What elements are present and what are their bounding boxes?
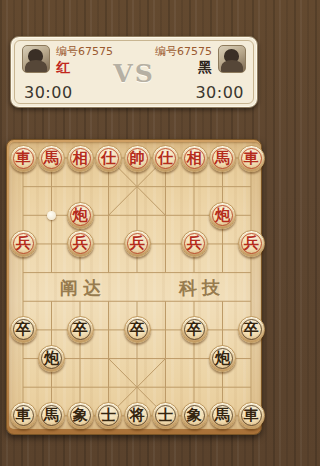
- black-player-id: 编号67575: [155, 46, 212, 58]
- piece-red-車[interactable]: 車: [10, 145, 37, 172]
- piece-red-相[interactable]: 相: [181, 145, 208, 172]
- piece-red-炮[interactable]: 炮: [67, 202, 94, 229]
- piece-red-兵[interactable]: 兵: [67, 230, 94, 257]
- piece-red-仕[interactable]: 仕: [152, 145, 179, 172]
- piece-black-卒[interactable]: 卒: [181, 316, 208, 343]
- last-move-marker: [47, 211, 56, 220]
- piece-red-兵[interactable]: 兵: [181, 230, 208, 257]
- piece-red-仕[interactable]: 仕: [95, 145, 122, 172]
- piece-black-炮[interactable]: 炮: [38, 345, 65, 372]
- black-player-block: 编号67575 黑: [155, 45, 246, 75]
- board-grid: [9, 142, 261, 429]
- piece-red-車[interactable]: 車: [238, 145, 265, 172]
- red-clock: 30:00: [24, 83, 73, 102]
- piece-red-兵[interactable]: 兵: [238, 230, 265, 257]
- red-player-id: 编号67575: [56, 46, 113, 58]
- piece-black-炮[interactable]: 炮: [209, 345, 236, 372]
- app-screen: { "game": "xiangqi", "header": { "left":…: [0, 0, 268, 466]
- piece-black-象[interactable]: 象: [67, 402, 94, 429]
- piece-black-卒[interactable]: 卒: [10, 316, 37, 343]
- black-clock: 30:00: [195, 83, 244, 102]
- black-side-label: 黑: [198, 60, 212, 75]
- piece-red-馬[interactable]: 馬: [38, 145, 65, 172]
- black-player-avatar[interactable]: [218, 45, 246, 73]
- piece-black-車[interactable]: 車: [238, 402, 265, 429]
- piece-red-兵[interactable]: 兵: [10, 230, 37, 257]
- piece-black-卒[interactable]: 卒: [67, 316, 94, 343]
- piece-red-帥[interactable]: 帥: [124, 145, 151, 172]
- piece-red-馬[interactable]: 馬: [209, 145, 236, 172]
- piece-black-車[interactable]: 車: [10, 402, 37, 429]
- piece-red-兵[interactable]: 兵: [124, 230, 151, 257]
- piece-black-象[interactable]: 象: [181, 402, 208, 429]
- piece-red-炮[interactable]: 炮: [209, 202, 236, 229]
- piece-red-相[interactable]: 相: [67, 145, 94, 172]
- piece-black-卒[interactable]: 卒: [124, 316, 151, 343]
- board-surface[interactable]: 阐达 科技 車馬相仕帥仕相馬車炮炮兵兵兵兵兵卒卒卒卒卒炮炮車馬象士将士象馬車: [9, 142, 261, 429]
- piece-black-卒[interactable]: 卒: [238, 316, 265, 343]
- match-header-panel: 编号67575 红 VS 编号67575 黑 30:00 30:00: [10, 36, 258, 108]
- piece-black-将[interactable]: 将: [124, 402, 151, 429]
- xiangqi-board[interactable]: 阐达 科技 車馬相仕帥仕相馬車炮炮兵兵兵兵兵卒卒卒卒卒炮炮車馬象士将士象馬車: [6, 139, 262, 435]
